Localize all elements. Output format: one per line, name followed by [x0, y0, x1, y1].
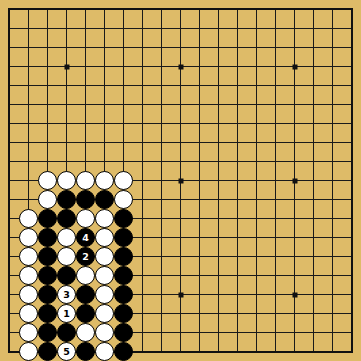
- intersection[interactable]: [342, 247, 361, 266]
- intersection[interactable]: [19, 342, 38, 361]
- intersection[interactable]: [228, 114, 247, 133]
- intersection[interactable]: [323, 342, 342, 361]
- intersection[interactable]: [171, 19, 190, 38]
- intersection[interactable]: [190, 304, 209, 323]
- intersection[interactable]: [209, 19, 228, 38]
- intersection[interactable]: [247, 171, 266, 190]
- intersection[interactable]: [152, 247, 171, 266]
- intersection[interactable]: [209, 152, 228, 171]
- intersection[interactable]: [247, 57, 266, 76]
- intersection[interactable]: [323, 285, 342, 304]
- intersection[interactable]: [19, 171, 38, 190]
- intersection[interactable]: [285, 323, 304, 342]
- intersection[interactable]: [171, 152, 190, 171]
- intersection[interactable]: [323, 114, 342, 133]
- intersection[interactable]: [57, 323, 76, 342]
- intersection[interactable]: [19, 247, 38, 266]
- intersection[interactable]: [323, 19, 342, 38]
- intersection[interactable]: [114, 342, 133, 361]
- intersection[interactable]: [304, 133, 323, 152]
- intersection[interactable]: [342, 114, 361, 133]
- intersection[interactable]: [285, 266, 304, 285]
- intersection[interactable]: [76, 266, 95, 285]
- intersection[interactable]: [342, 38, 361, 57]
- intersection[interactable]: [266, 152, 285, 171]
- intersection[interactable]: [304, 171, 323, 190]
- intersection[interactable]: [304, 57, 323, 76]
- intersection[interactable]: [228, 323, 247, 342]
- intersection[interactable]: [342, 95, 361, 114]
- intersection[interactable]: [228, 133, 247, 152]
- intersection[interactable]: [0, 266, 19, 285]
- intersection[interactable]: [266, 38, 285, 57]
- intersection[interactable]: [95, 190, 114, 209]
- intersection[interactable]: [19, 304, 38, 323]
- intersection[interactable]: [152, 38, 171, 57]
- intersection[interactable]: [266, 95, 285, 114]
- intersection[interactable]: [95, 133, 114, 152]
- intersection[interactable]: [209, 76, 228, 95]
- intersection[interactable]: [38, 38, 57, 57]
- intersection[interactable]: [133, 171, 152, 190]
- intersection[interactable]: [114, 133, 133, 152]
- intersection[interactable]: [0, 114, 19, 133]
- intersection[interactable]: 2: [76, 247, 95, 266]
- intersection[interactable]: [323, 247, 342, 266]
- intersection[interactable]: [171, 114, 190, 133]
- intersection[interactable]: [133, 57, 152, 76]
- intersection[interactable]: [285, 304, 304, 323]
- intersection[interactable]: [76, 76, 95, 95]
- intersection[interactable]: [323, 209, 342, 228]
- intersection[interactable]: [114, 57, 133, 76]
- intersection[interactable]: [209, 209, 228, 228]
- intersection[interactable]: [19, 152, 38, 171]
- intersection[interactable]: [247, 285, 266, 304]
- intersection[interactable]: [133, 190, 152, 209]
- intersection[interactable]: [0, 190, 19, 209]
- intersection[interactable]: [95, 95, 114, 114]
- intersection[interactable]: [228, 209, 247, 228]
- intersection[interactable]: [190, 190, 209, 209]
- intersection[interactable]: [57, 38, 76, 57]
- intersection[interactable]: [285, 57, 304, 76]
- intersection[interactable]: [114, 190, 133, 209]
- intersection[interactable]: [133, 209, 152, 228]
- intersection[interactable]: [171, 209, 190, 228]
- intersection[interactable]: [0, 76, 19, 95]
- intersection[interactable]: [323, 57, 342, 76]
- intersection[interactable]: [171, 133, 190, 152]
- intersection[interactable]: [190, 228, 209, 247]
- intersection[interactable]: [323, 304, 342, 323]
- intersection[interactable]: [304, 266, 323, 285]
- intersection[interactable]: [190, 247, 209, 266]
- intersection[interactable]: 3: [57, 285, 76, 304]
- intersection[interactable]: [209, 266, 228, 285]
- intersection[interactable]: [133, 0, 152, 19]
- intersection[interactable]: [304, 38, 323, 57]
- intersection[interactable]: [266, 171, 285, 190]
- intersection[interactable]: [342, 19, 361, 38]
- intersection[interactable]: [114, 38, 133, 57]
- intersection[interactable]: [266, 228, 285, 247]
- intersection[interactable]: [76, 114, 95, 133]
- intersection[interactable]: [342, 209, 361, 228]
- intersection[interactable]: [285, 209, 304, 228]
- intersection[interactable]: [190, 76, 209, 95]
- intersection[interactable]: [19, 95, 38, 114]
- intersection[interactable]: [247, 38, 266, 57]
- intersection[interactable]: [209, 228, 228, 247]
- intersection[interactable]: [171, 266, 190, 285]
- intersection[interactable]: [209, 95, 228, 114]
- intersection[interactable]: [95, 247, 114, 266]
- intersection[interactable]: [152, 152, 171, 171]
- intersection[interactable]: [114, 285, 133, 304]
- intersection[interactable]: [285, 342, 304, 361]
- intersection[interactable]: [0, 57, 19, 76]
- intersection[interactable]: [57, 114, 76, 133]
- intersection[interactable]: [190, 171, 209, 190]
- intersection[interactable]: [38, 247, 57, 266]
- intersection[interactable]: [285, 190, 304, 209]
- intersection[interactable]: [171, 247, 190, 266]
- intersection[interactable]: [171, 304, 190, 323]
- intersection[interactable]: [190, 152, 209, 171]
- intersection[interactable]: [95, 0, 114, 19]
- intersection[interactable]: [209, 171, 228, 190]
- intersection[interactable]: [57, 266, 76, 285]
- intersection[interactable]: [76, 323, 95, 342]
- intersection[interactable]: [76, 95, 95, 114]
- intersection[interactable]: [0, 342, 19, 361]
- intersection[interactable]: [304, 285, 323, 304]
- intersection[interactable]: [19, 266, 38, 285]
- intersection[interactable]: [133, 133, 152, 152]
- intersection[interactable]: [95, 209, 114, 228]
- intersection[interactable]: [171, 190, 190, 209]
- intersection[interactable]: [266, 133, 285, 152]
- intersection[interactable]: [228, 247, 247, 266]
- intersection[interactable]: [38, 95, 57, 114]
- intersection[interactable]: [0, 323, 19, 342]
- intersection[interactable]: [209, 190, 228, 209]
- intersection[interactable]: [228, 19, 247, 38]
- intersection[interactable]: [285, 38, 304, 57]
- intersection[interactable]: [209, 0, 228, 19]
- intersection[interactable]: [266, 304, 285, 323]
- intersection[interactable]: [152, 228, 171, 247]
- intersection[interactable]: [152, 171, 171, 190]
- intersection[interactable]: [57, 190, 76, 209]
- intersection[interactable]: 4: [76, 228, 95, 247]
- intersection[interactable]: [342, 228, 361, 247]
- intersection[interactable]: [19, 38, 38, 57]
- intersection[interactable]: [133, 38, 152, 57]
- intersection[interactable]: [209, 285, 228, 304]
- intersection[interactable]: [38, 152, 57, 171]
- intersection[interactable]: [133, 342, 152, 361]
- intersection[interactable]: [76, 209, 95, 228]
- intersection[interactable]: [76, 152, 95, 171]
- intersection[interactable]: [209, 114, 228, 133]
- intersection[interactable]: [190, 19, 209, 38]
- intersection[interactable]: [152, 19, 171, 38]
- intersection[interactable]: [266, 114, 285, 133]
- intersection[interactable]: [171, 76, 190, 95]
- intersection[interactable]: [266, 190, 285, 209]
- intersection[interactable]: [38, 171, 57, 190]
- intersection[interactable]: [342, 266, 361, 285]
- intersection[interactable]: [190, 38, 209, 57]
- intersection[interactable]: [38, 0, 57, 19]
- intersection[interactable]: [152, 114, 171, 133]
- intersection[interactable]: [57, 19, 76, 38]
- intersection[interactable]: [209, 304, 228, 323]
- intersection[interactable]: [304, 323, 323, 342]
- intersection[interactable]: [152, 57, 171, 76]
- intersection[interactable]: [266, 0, 285, 19]
- intersection[interactable]: [76, 285, 95, 304]
- intersection[interactable]: [57, 0, 76, 19]
- intersection[interactable]: [38, 266, 57, 285]
- intersection[interactable]: [38, 190, 57, 209]
- intersection[interactable]: [266, 342, 285, 361]
- intersection[interactable]: [38, 76, 57, 95]
- intersection[interactable]: [342, 76, 361, 95]
- intersection[interactable]: [95, 171, 114, 190]
- intersection[interactable]: [152, 95, 171, 114]
- intersection[interactable]: [76, 304, 95, 323]
- intersection[interactable]: [228, 38, 247, 57]
- intersection[interactable]: [342, 323, 361, 342]
- intersection[interactable]: [171, 38, 190, 57]
- intersection[interactable]: [152, 342, 171, 361]
- intersection[interactable]: [304, 190, 323, 209]
- intersection[interactable]: [0, 247, 19, 266]
- intersection[interactable]: [133, 323, 152, 342]
- intersection[interactable]: [247, 342, 266, 361]
- intersection[interactable]: [342, 285, 361, 304]
- intersection[interactable]: [323, 190, 342, 209]
- intersection[interactable]: [342, 133, 361, 152]
- intersection[interactable]: [304, 95, 323, 114]
- intersection[interactable]: [114, 171, 133, 190]
- intersection[interactable]: [76, 0, 95, 19]
- intersection[interactable]: [114, 228, 133, 247]
- intersection[interactable]: [247, 152, 266, 171]
- intersection[interactable]: [95, 342, 114, 361]
- intersection[interactable]: [152, 133, 171, 152]
- intersection[interactable]: [171, 0, 190, 19]
- intersection[interactable]: [342, 171, 361, 190]
- intersection[interactable]: [285, 0, 304, 19]
- intersection[interactable]: [0, 209, 19, 228]
- intersection[interactable]: [95, 57, 114, 76]
- intersection[interactable]: [114, 209, 133, 228]
- intersection[interactable]: [209, 247, 228, 266]
- intersection[interactable]: [209, 323, 228, 342]
- intersection[interactable]: [228, 76, 247, 95]
- intersection[interactable]: [247, 228, 266, 247]
- intersection[interactable]: [266, 76, 285, 95]
- intersection[interactable]: [304, 247, 323, 266]
- intersection[interactable]: [133, 228, 152, 247]
- intersection[interactable]: [57, 76, 76, 95]
- intersection[interactable]: [209, 57, 228, 76]
- intersection[interactable]: [171, 285, 190, 304]
- intersection[interactable]: [247, 114, 266, 133]
- intersection[interactable]: [114, 247, 133, 266]
- intersection[interactable]: [152, 190, 171, 209]
- intersection[interactable]: [76, 19, 95, 38]
- intersection[interactable]: [38, 304, 57, 323]
- intersection[interactable]: [0, 0, 19, 19]
- intersection[interactable]: [19, 0, 38, 19]
- intersection[interactable]: [190, 209, 209, 228]
- intersection[interactable]: [38, 285, 57, 304]
- intersection[interactable]: [19, 133, 38, 152]
- intersection[interactable]: [323, 0, 342, 19]
- intersection[interactable]: [342, 0, 361, 19]
- intersection[interactable]: [95, 228, 114, 247]
- intersection[interactable]: [38, 228, 57, 247]
- intersection[interactable]: [190, 0, 209, 19]
- intersection[interactable]: [57, 247, 76, 266]
- intersection[interactable]: [114, 304, 133, 323]
- intersection[interactable]: [133, 266, 152, 285]
- intersection[interactable]: [114, 19, 133, 38]
- intersection[interactable]: [228, 190, 247, 209]
- intersection[interactable]: [152, 285, 171, 304]
- intersection[interactable]: [323, 133, 342, 152]
- intersection[interactable]: [266, 19, 285, 38]
- intersection[interactable]: [114, 266, 133, 285]
- intersection[interactable]: [304, 114, 323, 133]
- intersection[interactable]: [285, 114, 304, 133]
- intersection[interactable]: [266, 323, 285, 342]
- intersection[interactable]: [152, 323, 171, 342]
- intersection[interactable]: [95, 304, 114, 323]
- intersection[interactable]: [266, 247, 285, 266]
- intersection[interactable]: [38, 342, 57, 361]
- intersection[interactable]: [228, 266, 247, 285]
- intersection[interactable]: [171, 57, 190, 76]
- intersection[interactable]: [266, 209, 285, 228]
- intersection[interactable]: [323, 266, 342, 285]
- intersection[interactable]: [304, 0, 323, 19]
- intersection[interactable]: [152, 76, 171, 95]
- intersection[interactable]: [19, 190, 38, 209]
- intersection[interactable]: [0, 228, 19, 247]
- intersection[interactable]: [247, 323, 266, 342]
- intersection[interactable]: [19, 57, 38, 76]
- intersection[interactable]: [228, 0, 247, 19]
- intersection[interactable]: [114, 114, 133, 133]
- intersection[interactable]: [0, 152, 19, 171]
- intersection[interactable]: [266, 266, 285, 285]
- intersection[interactable]: [0, 304, 19, 323]
- intersection[interactable]: [133, 19, 152, 38]
- intersection[interactable]: [95, 266, 114, 285]
- intersection[interactable]: [114, 0, 133, 19]
- intersection[interactable]: [323, 152, 342, 171]
- intersection[interactable]: [0, 285, 19, 304]
- intersection[interactable]: [38, 114, 57, 133]
- intersection[interactable]: [323, 171, 342, 190]
- intersection[interactable]: [114, 76, 133, 95]
- intersection[interactable]: [95, 152, 114, 171]
- intersection[interactable]: [114, 95, 133, 114]
- intersection[interactable]: [304, 76, 323, 95]
- intersection[interactable]: [342, 57, 361, 76]
- intersection[interactable]: [190, 342, 209, 361]
- intersection[interactable]: [152, 209, 171, 228]
- intersection[interactable]: [19, 228, 38, 247]
- intersection[interactable]: [57, 95, 76, 114]
- intersection[interactable]: [57, 171, 76, 190]
- intersection[interactable]: [304, 342, 323, 361]
- intersection[interactable]: [152, 304, 171, 323]
- intersection[interactable]: [342, 190, 361, 209]
- intersection[interactable]: [304, 209, 323, 228]
- intersection[interactable]: [247, 247, 266, 266]
- intersection[interactable]: [19, 323, 38, 342]
- intersection[interactable]: [285, 76, 304, 95]
- intersection[interactable]: [285, 133, 304, 152]
- intersection[interactable]: [133, 152, 152, 171]
- intersection[interactable]: [171, 342, 190, 361]
- intersection[interactable]: [171, 171, 190, 190]
- intersection[interactable]: [57, 152, 76, 171]
- intersection[interactable]: [323, 38, 342, 57]
- intersection[interactable]: [0, 19, 19, 38]
- intersection[interactable]: [266, 57, 285, 76]
- intersection[interactable]: [247, 133, 266, 152]
- intersection[interactable]: [95, 76, 114, 95]
- intersection[interactable]: [247, 266, 266, 285]
- intersection[interactable]: [95, 323, 114, 342]
- intersection[interactable]: [247, 190, 266, 209]
- intersection[interactable]: 5: [57, 342, 76, 361]
- intersection[interactable]: [57, 57, 76, 76]
- intersection[interactable]: [323, 76, 342, 95]
- intersection[interactable]: [342, 152, 361, 171]
- intersection[interactable]: [209, 38, 228, 57]
- intersection[interactable]: [247, 76, 266, 95]
- intersection[interactable]: [190, 57, 209, 76]
- intersection[interactable]: [133, 114, 152, 133]
- intersection[interactable]: [285, 247, 304, 266]
- intersection[interactable]: [285, 152, 304, 171]
- intersection[interactable]: [190, 285, 209, 304]
- intersection[interactable]: [285, 285, 304, 304]
- intersection[interactable]: [76, 133, 95, 152]
- intersection[interactable]: [247, 19, 266, 38]
- intersection[interactable]: [76, 342, 95, 361]
- intersection[interactable]: [133, 76, 152, 95]
- intersection[interactable]: [228, 228, 247, 247]
- intersection[interactable]: [133, 95, 152, 114]
- intersection[interactable]: [133, 285, 152, 304]
- intersection[interactable]: [285, 228, 304, 247]
- intersection[interactable]: [304, 19, 323, 38]
- intersection[interactable]: [38, 209, 57, 228]
- intersection[interactable]: [209, 342, 228, 361]
- intersection[interactable]: [190, 95, 209, 114]
- intersection[interactable]: [133, 247, 152, 266]
